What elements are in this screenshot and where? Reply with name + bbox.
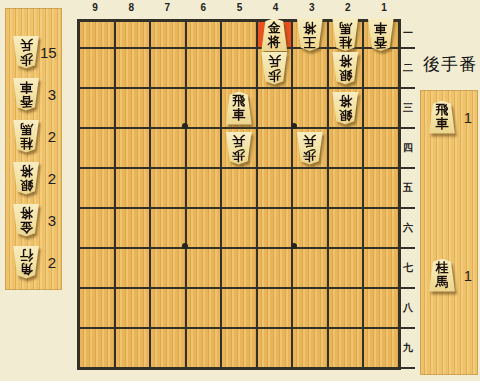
piece-kanji-char: 歩 <box>268 68 281 82</box>
board-cell-1-4[interactable] <box>364 129 398 167</box>
piece-body: 銀将 <box>12 162 40 195</box>
board-cell-2-7[interactable] <box>329 249 363 287</box>
gote-pawn-piece[interactable]: 歩兵 <box>225 132 253 165</box>
piece-kanji-char: 兵 <box>232 134 245 148</box>
board-cell-5-6[interactable] <box>222 209 256 247</box>
board-cell-1-5[interactable] <box>364 169 398 207</box>
captured-count: 3 <box>48 212 61 229</box>
piece-body: 桂馬 <box>331 18 359 51</box>
piece-kanji-char: 桂 <box>339 35 352 49</box>
piece-body: 飛車 <box>428 101 456 134</box>
piece-kanji-char: 将 <box>339 94 352 108</box>
board-cell-6-6[interactable] <box>187 209 221 247</box>
piece-kanji-char: 将 <box>339 54 352 68</box>
board-cell-8-6[interactable] <box>116 209 150 247</box>
gote-hand-lance[interactable]: 香車3 <box>6 73 61 115</box>
piece-kanji: 角行 <box>20 248 33 276</box>
piece-kanji-char: 飛 <box>436 103 449 117</box>
piece-kanji-char: 桂 <box>20 136 33 150</box>
gote-hand-gold[interactable]: 金将3 <box>6 199 61 241</box>
file-label: 1 <box>366 2 402 13</box>
piece-kanji: 銀将 <box>339 94 352 122</box>
board-cell-4-8[interactable] <box>258 289 292 327</box>
board-cell-1-8[interactable] <box>364 289 398 327</box>
file-labels: 987654321 <box>77 2 402 13</box>
rank-label: 二 <box>401 49 415 89</box>
board-cell-3-5[interactable] <box>293 169 327 207</box>
piece-body: 飛車 <box>225 92 253 125</box>
rank-label: 六 <box>401 209 415 249</box>
board-cell-1-2[interactable] <box>364 49 398 87</box>
board-cell-3-7[interactable] <box>293 249 327 287</box>
board-cell-3-8[interactable] <box>293 289 327 327</box>
board-cell-6-1[interactable] <box>187 22 221 47</box>
board-cell-4-9[interactable] <box>258 329 292 367</box>
file-label: 9 <box>77 2 113 13</box>
file-label: 2 <box>330 2 366 13</box>
piece-kanji: 歩兵 <box>232 134 245 162</box>
piece-kanji-char: 車 <box>20 80 33 94</box>
piece-kanji: 桂馬 <box>436 261 449 289</box>
gote-silver-piece[interactable]: 銀将 <box>331 92 359 125</box>
captured-count: 1 <box>464 267 477 284</box>
gote-hand-knight[interactable]: 桂馬2 <box>6 115 61 157</box>
gote-hand-pawn[interactable]: 歩兵15 <box>6 31 61 73</box>
gote-knight-piece[interactable]: 桂馬 <box>12 120 40 153</box>
board-cell-2-9[interactable] <box>329 329 363 367</box>
board-cell-1-3[interactable] <box>364 89 398 127</box>
gote-knight-piece[interactable]: 桂馬 <box>331 18 359 51</box>
piece-body: 桂馬 <box>12 120 40 153</box>
rank-label: 八 <box>401 289 415 329</box>
piece-body: 歩兵 <box>12 36 40 69</box>
piece-kanji-char: 行 <box>20 248 33 262</box>
piece-kanji: 銀将 <box>339 54 352 82</box>
sente-hand-rook[interactable]: 飛車1 <box>421 96 477 138</box>
board-cell-3-9[interactable] <box>293 329 327 367</box>
piece-body: 銀将 <box>331 92 359 125</box>
board-cell-1-7[interactable] <box>364 249 398 287</box>
board-cell-9-4[interactable] <box>80 129 114 167</box>
piece-kanji-char: 兵 <box>303 134 316 148</box>
board-cell-5-4[interactable]: 歩兵 <box>222 129 256 167</box>
gote-pawn-piece[interactable]: 歩兵 <box>12 36 40 69</box>
gote-lance-piece[interactable]: 香車 <box>367 18 395 51</box>
piece-kanji-char: 兵 <box>268 54 281 68</box>
piece-kanji-char: 歩 <box>303 148 316 162</box>
file-label: 8 <box>113 2 149 13</box>
piece-kanji-char: 歩 <box>20 52 33 66</box>
piece-kanji-char: 将 <box>303 21 316 35</box>
piece-kanji: 香車 <box>374 21 387 49</box>
piece-kanji-char: 将 <box>268 35 281 49</box>
piece-kanji-char: 馬 <box>339 21 352 35</box>
board-cell-5-7[interactable] <box>222 249 256 287</box>
board-cell-2-2[interactable]: 銀将 <box>329 49 363 87</box>
piece-body: 王将 <box>296 18 324 51</box>
piece-kanji: 飛車 <box>436 103 449 131</box>
star-point <box>291 123 297 129</box>
piece-kanji: 歩兵 <box>20 38 33 66</box>
piece-body: 金将 <box>12 204 40 237</box>
piece-kanji-char: 馬 <box>20 122 33 136</box>
board-cell-6-2[interactable] <box>187 49 221 87</box>
board-cell-8-4[interactable] <box>116 129 150 167</box>
piece-kanji-char: 将 <box>20 164 33 178</box>
board-cell-9-2[interactable] <box>80 49 114 87</box>
piece-body: 角行 <box>12 246 40 279</box>
piece-kanji: 王将 <box>303 21 316 49</box>
gote-captured-stand: 歩兵15香車3桂馬2銀将2金将3角行2 <box>5 8 62 290</box>
board-cell-9-1[interactable] <box>80 22 114 47</box>
board-cell-6-9[interactable] <box>187 329 221 367</box>
board-cell-7-9[interactable] <box>151 329 185 367</box>
piece-kanji: 歩兵 <box>268 54 281 82</box>
board-cell-7-1[interactable] <box>151 22 185 47</box>
board-cell-8-9[interactable] <box>116 329 150 367</box>
file-label: 7 <box>149 2 185 13</box>
star-point <box>291 243 297 249</box>
piece-kanji: 金将 <box>20 206 33 234</box>
star-point <box>182 123 188 129</box>
piece-kanji: 桂馬 <box>339 21 352 49</box>
board-cell-8-1[interactable] <box>116 22 150 47</box>
board-cell-9-8[interactable] <box>80 289 114 327</box>
turn-indicator: 後手番 <box>423 53 477 76</box>
board-cell-7-6[interactable] <box>151 209 185 247</box>
board-cell-2-8[interactable] <box>329 289 363 327</box>
board-cell-6-3[interactable] <box>187 89 221 127</box>
rank-label: 五 <box>401 169 415 209</box>
piece-body: 銀将 <box>331 52 359 85</box>
shogi-app: { "game": "shogi", "labels": { "files": … <box>0 0 480 381</box>
rank-label: 一 <box>401 19 415 49</box>
board-cell-5-1[interactable] <box>222 22 256 47</box>
board-cell-1-1[interactable]: 香車 <box>364 22 398 47</box>
piece-kanji-char: 銀 <box>339 68 352 82</box>
board-cell-8-3[interactable] <box>116 89 150 127</box>
sente-captured-stand: 飛車1桂馬1 <box>420 90 478 375</box>
board-cell-4-1[interactable]: 金将 <box>258 22 292 47</box>
board-cell-7-4[interactable] <box>151 129 185 167</box>
sente-rook-piece[interactable]: 飛車 <box>428 101 456 134</box>
file-label: 3 <box>294 2 330 13</box>
piece-kanji-char: 車 <box>374 21 387 35</box>
board-cell-6-7[interactable] <box>187 249 221 287</box>
piece-kanji-char: 飛 <box>232 94 245 108</box>
board-cell-8-2[interactable] <box>116 49 150 87</box>
board-cell-4-2[interactable]: 歩兵 <box>258 49 292 87</box>
file-label: 6 <box>185 2 221 13</box>
gote-lance-piece[interactable]: 香車 <box>12 78 40 111</box>
shogi-board: 金将王将桂馬香車歩兵銀将飛車銀将歩兵歩兵 <box>77 19 401 370</box>
gote-gold-piece[interactable]: 金将 <box>12 204 40 237</box>
piece-body: 金将 <box>260 18 288 51</box>
piece-kanji-char: 車 <box>232 108 245 122</box>
file-label: 5 <box>221 2 257 13</box>
board-cell-3-3[interactable] <box>293 89 327 127</box>
board-cell-7-8[interactable] <box>151 289 185 327</box>
gote-pawn-piece[interactable]: 歩兵 <box>296 132 324 165</box>
piece-body: 香車 <box>12 78 40 111</box>
board-cell-5-8[interactable] <box>222 289 256 327</box>
gote-king-piece[interactable]: 王将 <box>296 18 324 51</box>
board-cell-2-1[interactable]: 桂馬 <box>329 22 363 47</box>
star-point <box>182 243 188 249</box>
board-cell-1-9[interactable] <box>364 329 398 367</box>
board-cell-9-7[interactable] <box>80 249 114 287</box>
sente-hand-knight[interactable]: 桂馬1 <box>421 254 477 296</box>
piece-kanji: 歩兵 <box>303 134 316 162</box>
piece-kanji: 桂馬 <box>20 122 33 150</box>
rank-label: 四 <box>401 129 415 169</box>
board-cell-3-4[interactable]: 歩兵 <box>293 129 327 167</box>
piece-kanji-char: 銀 <box>20 178 33 192</box>
piece-kanji-char: 香 <box>374 35 387 49</box>
board-cell-7-2[interactable] <box>151 49 185 87</box>
board-cell-6-5[interactable] <box>187 169 221 207</box>
board-cell-5-3[interactable]: 飛車 <box>222 89 256 127</box>
board-cell-4-7[interactable] <box>258 249 292 287</box>
piece-kanji-char: 王 <box>303 35 316 49</box>
board-cell-3-6[interactable] <box>293 209 327 247</box>
board-cell-1-6[interactable] <box>364 209 398 247</box>
rank-label: 九 <box>401 329 415 369</box>
piece-kanji-char: 馬 <box>436 275 449 289</box>
board-cell-4-3[interactable] <box>258 89 292 127</box>
sente-rook-piece[interactable]: 飛車 <box>225 92 253 125</box>
captured-count: 2 <box>48 170 61 187</box>
board-cell-8-8[interactable] <box>116 289 150 327</box>
board-cell-7-3[interactable] <box>151 89 185 127</box>
piece-body: 歩兵 <box>260 52 288 85</box>
board-cell-7-5[interactable] <box>151 169 185 207</box>
board-cell-9-6[interactable] <box>80 209 114 247</box>
gote-silver-piece[interactable]: 銀将 <box>12 162 40 195</box>
captured-count: 2 <box>48 128 61 145</box>
sente-knight-piece[interactable]: 桂馬 <box>428 259 456 292</box>
board-cell-9-5[interactable] <box>80 169 114 207</box>
board-cell-5-2[interactable] <box>222 49 256 87</box>
board-cell-6-4[interactable] <box>187 129 221 167</box>
captured-count: 1 <box>464 109 477 126</box>
board-cell-2-3[interactable]: 銀将 <box>329 89 363 127</box>
board-cell-4-5[interactable] <box>258 169 292 207</box>
board-cell-3-2[interactable] <box>293 49 327 87</box>
board-cell-2-4[interactable] <box>329 129 363 167</box>
piece-body: 歩兵 <box>296 132 324 165</box>
piece-kanji: 銀将 <box>20 164 33 192</box>
board-cell-6-8[interactable] <box>187 289 221 327</box>
gote-silver-piece[interactable]: 銀将 <box>331 52 359 85</box>
piece-kanji: 飛車 <box>232 94 245 122</box>
gote-bishop-piece[interactable]: 角行 <box>12 246 40 279</box>
gote-pawn-piece[interactable]: 歩兵 <box>260 52 288 85</box>
board-cell-5-5[interactable] <box>222 169 256 207</box>
board-cell-5-9[interactable] <box>222 329 256 367</box>
piece-kanji-char: 将 <box>20 206 33 220</box>
piece-kanji-char: 兵 <box>20 38 33 52</box>
captured-count: 2 <box>48 254 61 271</box>
board-cell-4-4[interactable] <box>258 129 292 167</box>
sente-gold-piece[interactable]: 金将 <box>260 18 288 51</box>
board-cell-8-5[interactable] <box>116 169 150 207</box>
piece-kanji-char: 銀 <box>339 108 352 122</box>
rank-label: 三 <box>401 89 415 129</box>
captured-count: 15 <box>40 44 62 61</box>
piece-kanji-char: 金 <box>20 220 33 234</box>
board-cell-8-7[interactable] <box>116 249 150 287</box>
piece-body: 香車 <box>367 18 395 51</box>
rank-labels: 一二三四五六七八九 <box>401 19 415 369</box>
piece-kanji-char: 金 <box>268 21 281 35</box>
piece-kanji: 金将 <box>268 21 281 49</box>
captured-count: 3 <box>48 86 61 103</box>
board-cell-7-7[interactable] <box>151 249 185 287</box>
board-cell-9-3[interactable] <box>80 89 114 127</box>
board-cell-2-6[interactable] <box>329 209 363 247</box>
piece-body: 桂馬 <box>428 259 456 292</box>
board-cell-3-1[interactable]: 王将 <box>293 22 327 47</box>
board-cell-9-9[interactable] <box>80 329 114 367</box>
file-label: 4 <box>258 2 294 13</box>
board-cell-4-6[interactable] <box>258 209 292 247</box>
board-cell-2-5[interactable] <box>329 169 363 207</box>
gote-hand-silver[interactable]: 銀将2 <box>6 157 61 199</box>
piece-kanji: 香車 <box>20 80 33 108</box>
piece-kanji-char: 桂 <box>436 261 449 275</box>
piece-kanji-char: 角 <box>20 262 33 276</box>
piece-kanji-char: 車 <box>436 117 449 131</box>
piece-body: 歩兵 <box>225 132 253 165</box>
gote-hand-bishop[interactable]: 角行2 <box>6 241 61 283</box>
piece-kanji-char: 歩 <box>232 148 245 162</box>
rank-label: 七 <box>401 249 415 289</box>
piece-kanji-char: 香 <box>20 94 33 108</box>
